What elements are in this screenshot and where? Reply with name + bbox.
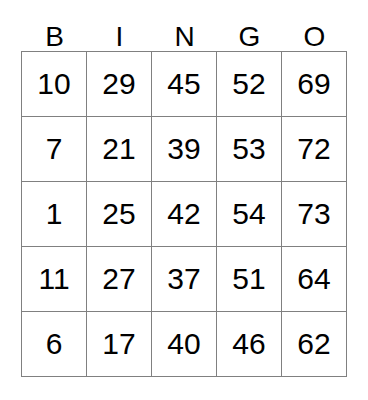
bingo-cell-r5c4[interactable]: 46 [217, 312, 282, 377]
header-letter-b: B [22, 0, 87, 51]
header-letter-n: N [152, 0, 217, 51]
bingo-cell-r5c3[interactable]: 40 [152, 312, 217, 377]
bingo-card: B I N G O 10 29 45 52 69 7 21 39 53 72 1… [21, 0, 347, 377]
bingo-cell-r4c1[interactable]: 11 [22, 247, 87, 312]
bingo-cell-r2c1[interactable]: 7 [22, 117, 87, 182]
header-letter-o: O [282, 0, 347, 51]
bingo-cell-r3c2[interactable]: 25 [87, 182, 152, 247]
bingo-cell-r1c2[interactable]: 29 [87, 52, 152, 117]
bingo-cell-r2c2[interactable]: 21 [87, 117, 152, 182]
bingo-cell-r1c1[interactable]: 10 [22, 52, 87, 117]
bingo-cell-r2c5[interactable]: 72 [282, 117, 347, 182]
bingo-cell-r3c4[interactable]: 54 [217, 182, 282, 247]
bingo-cell-r1c5[interactable]: 69 [282, 52, 347, 117]
bingo-cell-r4c2[interactable]: 27 [87, 247, 152, 312]
bingo-cell-r1c4[interactable]: 52 [217, 52, 282, 117]
header-letter-i: I [87, 0, 152, 51]
bingo-cell-r2c3[interactable]: 39 [152, 117, 217, 182]
bingo-cell-r5c1[interactable]: 6 [22, 312, 87, 377]
bingo-grid: 10 29 45 52 69 7 21 39 53 72 1 25 42 54 … [21, 51, 347, 377]
bingo-cell-r5c2[interactable]: 17 [87, 312, 152, 377]
bingo-cell-r4c5[interactable]: 64 [282, 247, 347, 312]
bingo-cell-r1c3[interactable]: 45 [152, 52, 217, 117]
bingo-header: B I N G O [21, 0, 347, 51]
header-letter-g: G [217, 0, 282, 51]
bingo-cell-r5c5[interactable]: 62 [282, 312, 347, 377]
bingo-cell-r2c4[interactable]: 53 [217, 117, 282, 182]
bingo-cell-r4c4[interactable]: 51 [217, 247, 282, 312]
bingo-cell-r3c1[interactable]: 1 [22, 182, 87, 247]
bingo-cell-r3c5[interactable]: 73 [282, 182, 347, 247]
bingo-cell-r4c3[interactable]: 37 [152, 247, 217, 312]
bingo-cell-r3c3[interactable]: 42 [152, 182, 217, 247]
